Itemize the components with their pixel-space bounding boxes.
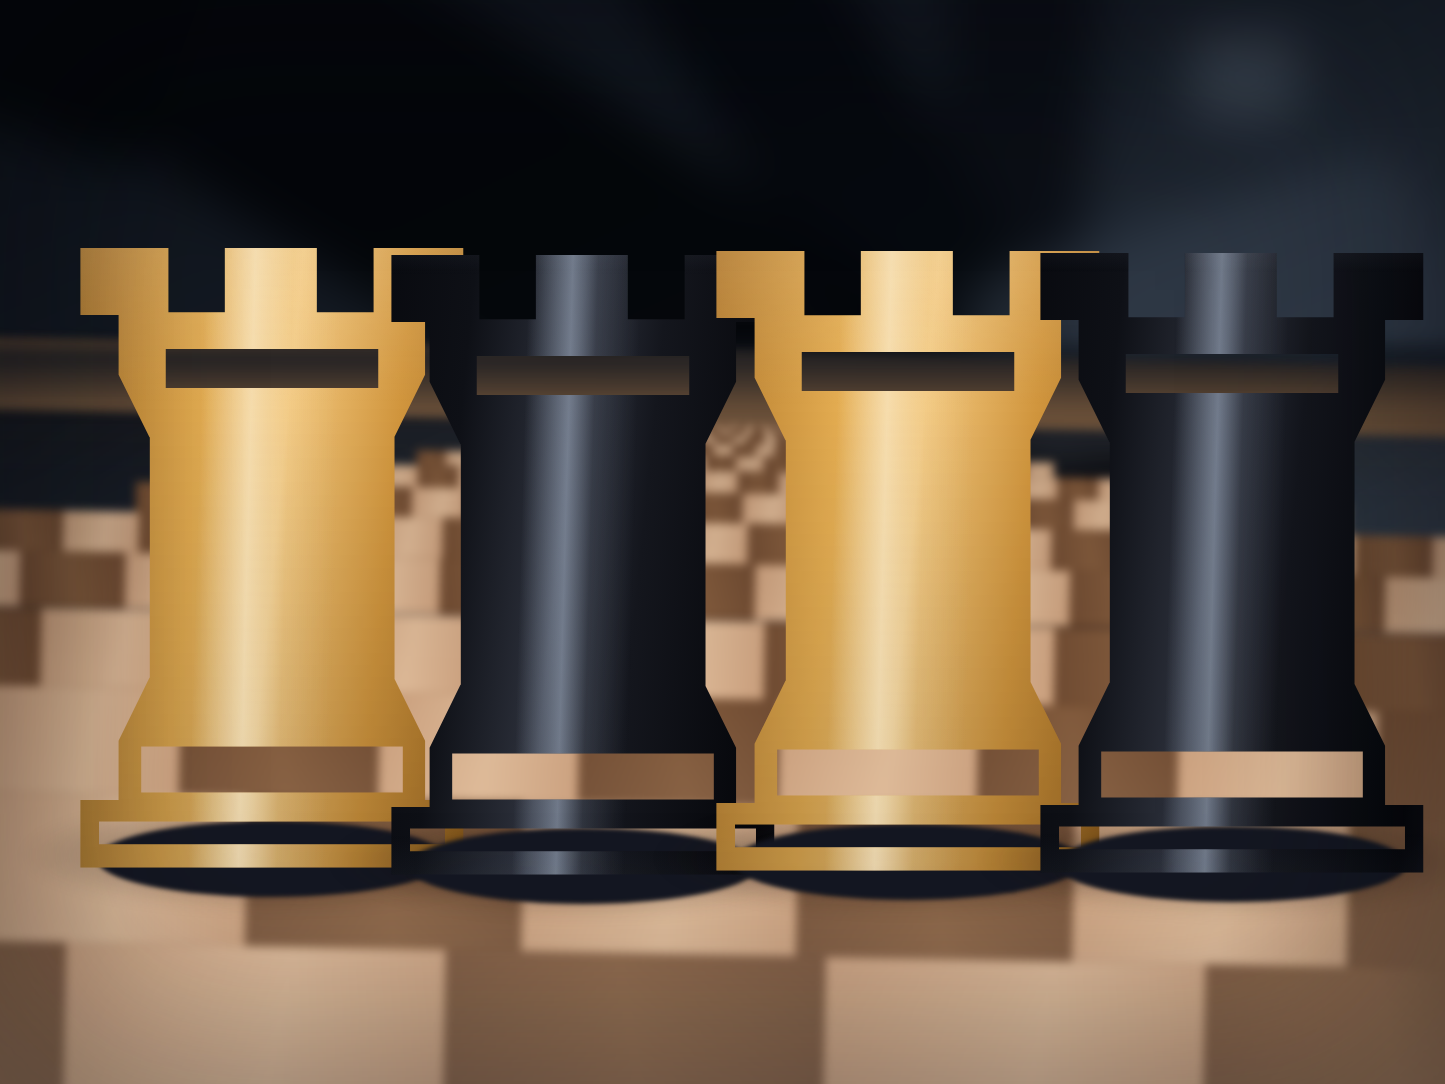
rook-glyph: ♜: [927, 154, 1445, 1002]
chess-photo-scene: ♜ ♜ ♜ ♜: [0, 0, 1445, 1084]
black-rook-2: ♜: [972, 350, 1445, 890]
